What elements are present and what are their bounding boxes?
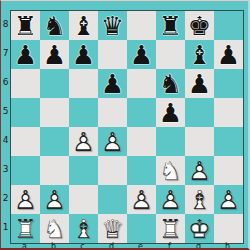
rank-label-6: 6 (1, 68, 10, 97)
square-e7[interactable]: ♟ (127, 40, 156, 69)
square-h6[interactable] (214, 69, 243, 98)
file-label-h: h (213, 244, 242, 250)
square-d7[interactable] (98, 40, 127, 69)
white-pawn[interactable]: ♟ (214, 185, 243, 214)
square-b1[interactable]: ♞ (40, 214, 69, 243)
square-b3[interactable] (40, 156, 69, 185)
square-c3[interactable] (69, 156, 98, 185)
rank-label-8: 8 (1, 10, 10, 39)
rank-label-7: 7 (1, 39, 10, 68)
black-knight[interactable]: ♞ (156, 69, 185, 98)
square-b5[interactable] (40, 98, 69, 127)
white-pawn[interactable]: ♟ (98, 127, 127, 156)
square-f8[interactable]: ♜ (156, 11, 185, 40)
file-label-g: g (184, 244, 213, 250)
square-b6[interactable] (40, 69, 69, 98)
white-bishop[interactable]: ♝ (185, 185, 214, 214)
white-pawn[interactable]: ♟ (11, 185, 40, 214)
white-bishop[interactable]: ♝ (69, 214, 98, 243)
square-a7[interactable]: ♟ (11, 40, 40, 69)
square-h2[interactable]: ♟ (214, 185, 243, 214)
square-g6[interactable]: ♟ (185, 69, 214, 98)
white-knight[interactable]: ♞ (156, 156, 185, 185)
black-queen[interactable]: ♛ (98, 11, 127, 40)
black-bishop[interactable]: ♝ (185, 40, 214, 69)
square-d6[interactable]: ♟ (98, 69, 127, 98)
square-f6[interactable]: ♞ (156, 69, 185, 98)
black-pawn[interactable]: ♟ (11, 40, 40, 69)
square-e1[interactable] (127, 214, 156, 243)
square-c6[interactable] (69, 69, 98, 98)
black-bishop[interactable]: ♝ (69, 11, 98, 40)
file-label-d: d (97, 244, 126, 250)
square-f7[interactable] (156, 40, 185, 69)
square-e6[interactable] (127, 69, 156, 98)
square-g3[interactable]: ♟ (185, 156, 214, 185)
square-d2[interactable] (98, 185, 127, 214)
square-c7[interactable]: ♟ (69, 40, 98, 69)
white-knight[interactable]: ♞ (40, 214, 69, 243)
square-g1[interactable]: ♚ (185, 214, 214, 243)
black-pawn[interactable]: ♟ (214, 40, 243, 69)
black-king[interactable]: ♚ (185, 11, 214, 40)
square-f1[interactable]: ♜ (156, 214, 185, 243)
square-g4[interactable] (185, 127, 214, 156)
square-h8[interactable] (214, 11, 243, 40)
white-pawn[interactable]: ♟ (69, 127, 98, 156)
black-pawn[interactable]: ♟ (156, 98, 185, 127)
square-a2[interactable]: ♟ (11, 185, 40, 214)
square-h1[interactable] (214, 214, 243, 243)
black-rook[interactable]: ♜ (11, 11, 40, 40)
rank-label-1: 1 (1, 213, 10, 242)
rank-label-3: 3 (1, 155, 10, 184)
file-label-c: c (68, 244, 97, 250)
square-b7[interactable]: ♟ (40, 40, 69, 69)
file-label-e: e (126, 244, 155, 250)
square-d3[interactable] (98, 156, 127, 185)
square-b4[interactable] (40, 127, 69, 156)
white-king[interactable]: ♚ (185, 214, 214, 243)
white-queen[interactable]: ♛ (98, 214, 127, 243)
square-h5[interactable] (214, 98, 243, 127)
square-c8[interactable]: ♝ (69, 11, 98, 40)
black-pawn[interactable]: ♟ (127, 40, 156, 69)
file-label-b: b (39, 244, 68, 250)
square-d5[interactable] (98, 98, 127, 127)
square-d1[interactable]: ♛ (98, 214, 127, 243)
square-g7[interactable]: ♝ (185, 40, 214, 69)
white-pawn[interactable]: ♟ (185, 156, 214, 185)
black-pawn[interactable]: ♟ (185, 69, 214, 98)
square-g5[interactable] (185, 98, 214, 127)
square-h4[interactable] (214, 127, 243, 156)
square-e8[interactable] (127, 11, 156, 40)
white-pawn[interactable]: ♟ (40, 185, 69, 214)
file-label-a: a (10, 244, 39, 250)
square-a1[interactable]: ♜ (11, 214, 40, 243)
square-e2[interactable]: ♟ (127, 185, 156, 214)
square-a5[interactable] (11, 98, 40, 127)
rank-labels: 87654321 (1, 10, 10, 242)
square-c5[interactable] (69, 98, 98, 127)
file-labels: abcdefgh (10, 244, 244, 250)
file-label-f: f (155, 244, 184, 250)
square-h3[interactable] (214, 156, 243, 185)
square-g8[interactable]: ♚ (185, 11, 214, 40)
rank-label-4: 4 (1, 126, 10, 155)
white-rook[interactable]: ♜ (11, 214, 40, 243)
square-f2[interactable]: ♟ (156, 185, 185, 214)
black-rook[interactable]: ♜ (156, 11, 185, 40)
square-f5[interactable]: ♟ (156, 98, 185, 127)
square-d8[interactable]: ♛ (98, 11, 127, 40)
white-pawn[interactable]: ♟ (127, 185, 156, 214)
chessboard: ♜♞♝♛♜♚♟♟♟♟♝♟♟♞♟♟♟♟♞♟♟♟♟♟♝♟♜♞♝♛♜♚ (10, 10, 244, 244)
black-pawn[interactable]: ♟ (40, 40, 69, 69)
square-c2[interactable] (69, 185, 98, 214)
square-e4[interactable] (127, 127, 156, 156)
square-a8[interactable]: ♜ (11, 11, 40, 40)
square-f3[interactable]: ♞ (156, 156, 185, 185)
square-a3[interactable] (11, 156, 40, 185)
square-a4[interactable] (11, 127, 40, 156)
white-rook[interactable]: ♜ (156, 214, 185, 243)
square-g2[interactable]: ♝ (185, 185, 214, 214)
black-pawn[interactable]: ♟ (98, 69, 127, 98)
square-d4[interactable]: ♟ (98, 127, 127, 156)
square-b2[interactable]: ♟ (40, 185, 69, 214)
square-a6[interactable] (11, 69, 40, 98)
square-c1[interactable]: ♝ (69, 214, 98, 243)
square-e3[interactable] (127, 156, 156, 185)
chess-app-window: 87654321 ♜♞♝♛♜♚♟♟♟♟♝♟♟♞♟♟♟♟♞♟♟♟♟♟♝♟♜♞♝♛♜… (0, 0, 250, 250)
black-pawn[interactable]: ♟ (69, 40, 98, 69)
black-knight[interactable]: ♞ (40, 11, 69, 40)
square-b8[interactable]: ♞ (40, 11, 69, 40)
white-pawn[interactable]: ♟ (156, 185, 185, 214)
square-e5[interactable] (127, 98, 156, 127)
rank-label-2: 2 (1, 184, 10, 213)
rank-label-5: 5 (1, 97, 10, 126)
square-h7[interactable]: ♟ (214, 40, 243, 69)
square-f4[interactable] (156, 127, 185, 156)
square-c4[interactable]: ♟ (69, 127, 98, 156)
